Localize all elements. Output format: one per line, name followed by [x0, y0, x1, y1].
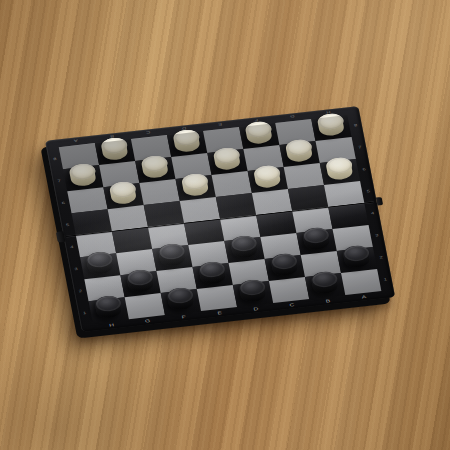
board-surface: ABCDEFGH HGFEDCBA 87654321 87654321 ⛀⛀⛀⛀… [45, 106, 395, 332]
square-h1[interactable]: ⛂ [89, 297, 129, 323]
square-b1[interactable]: ⛂ [305, 273, 345, 299]
square-f1[interactable]: ⛂ [161, 289, 201, 315]
photo-scene: ABCDEFGH HGFEDCBA 87654321 87654321 ⛀⛀⛀⛀… [0, 0, 450, 450]
square-a1[interactable] [341, 269, 381, 295]
square-e1[interactable] [197, 285, 237, 311]
square-d1[interactable]: ⛂ [233, 281, 273, 307]
checkers-board: ABCDEFGH HGFEDCBA 87654321 87654321 ⛀⛀⛀⛀… [45, 106, 395, 332]
square-g1[interactable] [125, 293, 165, 319]
hinge-tab-left-icon [56, 231, 66, 242]
square-c1[interactable] [269, 277, 309, 303]
